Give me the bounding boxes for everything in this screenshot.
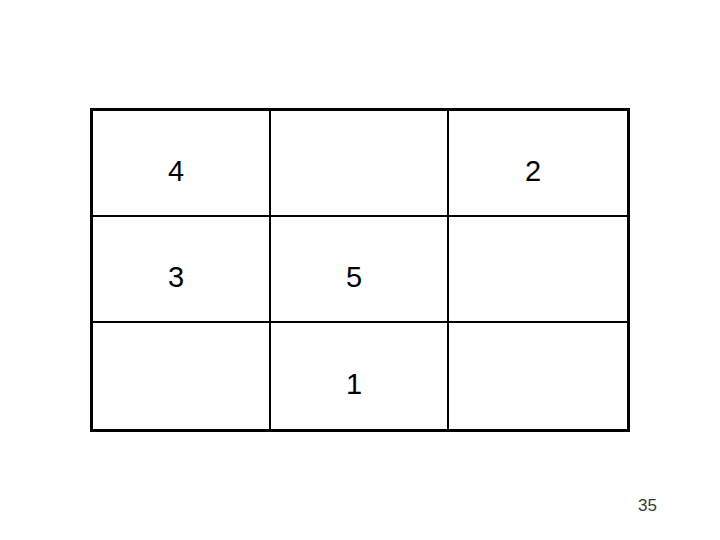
cell-r0c0: 4 <box>93 111 271 217</box>
cell-r1c2 <box>449 217 627 323</box>
slide-canvas: 4 2 3 5 1 35 <box>0 0 720 540</box>
cell-r0c2: 2 <box>449 111 627 217</box>
cell-r2c0 <box>93 323 271 429</box>
cell-r2c2 <box>449 323 627 429</box>
cell-r0c1 <box>271 111 449 217</box>
cell-r1c0: 3 <box>93 217 271 323</box>
slide-page-number: 35 <box>638 497 657 514</box>
cell-r1c1: 5 <box>271 217 449 323</box>
cell-r2c1: 1 <box>271 323 449 429</box>
puzzle-grid: 4 2 3 5 1 <box>90 108 630 432</box>
